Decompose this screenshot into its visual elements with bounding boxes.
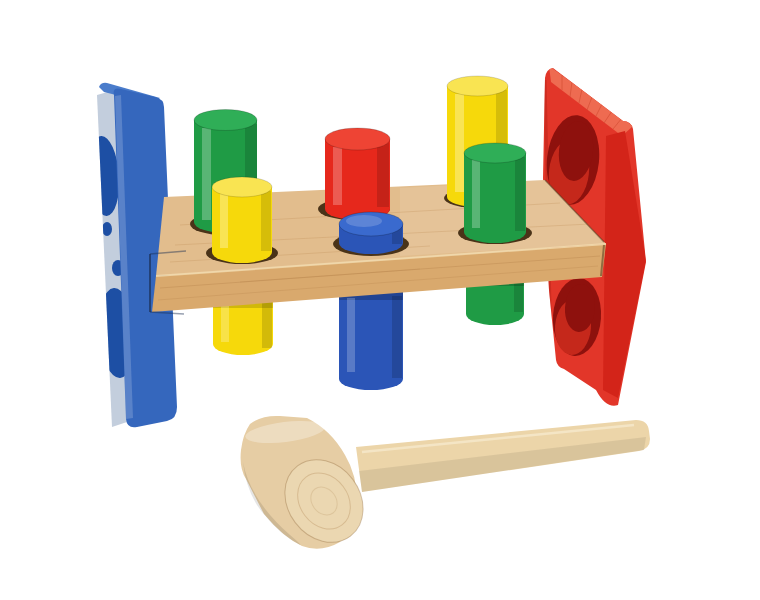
peg-side-highlight xyxy=(347,298,355,372)
peg-side-highlight xyxy=(221,304,229,342)
peg-side-shade xyxy=(392,296,402,378)
peg-side-highlight xyxy=(472,160,480,228)
toy-scene xyxy=(0,0,760,600)
peg-top-face xyxy=(194,110,257,131)
peg-side-shade xyxy=(261,191,271,251)
peg-front-middle-blue[interactable] xyxy=(339,212,403,254)
peg-front-left-yellow[interactable] xyxy=(212,177,272,263)
peg-front-middle-blue-below[interactable] xyxy=(339,288,403,390)
peg-side-highlight xyxy=(333,147,342,205)
peg-side-shade xyxy=(377,143,389,207)
peg-back-middle-red[interactable] xyxy=(325,128,390,220)
peg-side-highlight xyxy=(202,128,211,220)
peg-side-highlight xyxy=(455,94,464,192)
toy-photo xyxy=(0,0,760,600)
peg-top-face xyxy=(212,177,272,197)
peg-top-highlight xyxy=(346,215,382,227)
peg-top-face xyxy=(464,143,526,163)
peg-side-shade xyxy=(515,157,525,231)
peg-top-face xyxy=(447,76,508,96)
blue-panel-dot-hole xyxy=(102,222,112,236)
peg-front-right-green[interactable] xyxy=(464,143,526,243)
peg-side-shade xyxy=(262,302,272,348)
peg-top-face xyxy=(325,128,390,150)
peg-side-shade xyxy=(514,282,523,312)
peg-side-highlight xyxy=(220,194,228,248)
